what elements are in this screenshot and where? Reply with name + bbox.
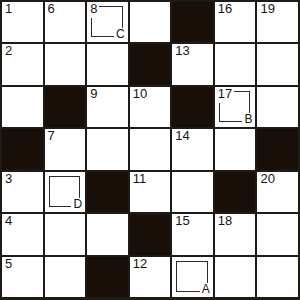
cell-r4c4[interactable]	[130, 129, 171, 169]
cell-r6c5[interactable]: 15	[172, 214, 213, 254]
cell-r7c7[interactable]	[257, 257, 298, 297]
cell-r5c2[interactable]: D	[45, 172, 86, 212]
clue-number-4: 4	[4, 214, 14, 230]
cell-r6c3[interactable]	[87, 214, 128, 254]
cell-r3c4[interactable]: 10	[130, 87, 171, 127]
cell-r1c7[interactable]: 19	[257, 2, 298, 42]
cell-r2c5[interactable]: 13	[172, 44, 213, 84]
cell-r1c3[interactable]: C8	[87, 2, 128, 42]
marked-letter-d: D	[71, 198, 83, 211]
cell-r5c1[interactable]: 3	[2, 172, 43, 212]
cell-r3c1[interactable]	[2, 87, 43, 127]
cell-r3c7[interactable]	[257, 87, 298, 127]
block-cell-r2c4	[130, 44, 171, 84]
cell-r1c1[interactable]: 1	[2, 2, 43, 42]
clue-number-12: 12	[132, 257, 149, 273]
cell-r7c2[interactable]	[45, 257, 86, 297]
cell-r2c3[interactable]	[87, 44, 128, 84]
cell-r2c2[interactable]	[45, 44, 86, 84]
cell-r1c2[interactable]: 6	[45, 2, 86, 42]
cell-r4c2[interactable]: 7	[45, 129, 86, 169]
clue-number-1: 1	[4, 2, 14, 18]
cell-r5c5[interactable]	[172, 172, 213, 212]
cell-r7c1[interactable]: 5	[2, 257, 43, 297]
cell-r3c3[interactable]: 9	[87, 87, 128, 127]
block-cell-r1c5	[172, 2, 213, 42]
clue-number-16: 16	[217, 2, 234, 18]
marked-letter-a: A	[200, 283, 211, 296]
clue-number-8: 8	[89, 2, 99, 18]
clue-number-2: 2	[4, 44, 14, 60]
block-cell-r4c7	[257, 129, 298, 169]
cell-r6c1[interactable]: 4	[2, 214, 43, 254]
crossword-board: 16C81619213910B177143D112041518512A	[0, 0, 300, 300]
cell-r4c6[interactable]	[215, 129, 256, 169]
cell-r2c7[interactable]	[257, 44, 298, 84]
block-cell-r4c1	[2, 129, 43, 169]
block-cell-r5c3	[87, 172, 128, 212]
cell-r1c6[interactable]: 16	[215, 2, 256, 42]
clue-number-5: 5	[4, 257, 14, 273]
clue-number-15: 15	[174, 214, 191, 230]
clue-number-7: 7	[47, 129, 57, 145]
cell-r4c5[interactable]: 14	[172, 129, 213, 169]
cell-r7c6[interactable]	[215, 257, 256, 297]
cell-r3c6[interactable]: B17	[215, 87, 256, 127]
block-cell-r3c5	[172, 87, 213, 127]
marked-letter-b: B	[242, 113, 253, 126]
cell-r5c4[interactable]: 11	[130, 172, 171, 212]
block-cell-r5c6	[215, 172, 256, 212]
cell-r7c5[interactable]: A	[172, 257, 213, 297]
block-cell-r6c4	[130, 214, 171, 254]
block-cell-r7c3	[87, 257, 128, 297]
cell-r7c4[interactable]: 12	[130, 257, 171, 297]
marked-letter-c: C	[114, 28, 126, 41]
cell-r1c4[interactable]	[130, 2, 171, 42]
cell-r6c2[interactable]	[45, 214, 86, 254]
clue-number-6: 6	[47, 2, 57, 18]
clue-number-13: 13	[174, 44, 191, 60]
clue-number-14: 14	[174, 129, 191, 145]
clue-number-11: 11	[132, 172, 149, 188]
cell-r6c6[interactable]: 18	[215, 214, 256, 254]
clue-number-10: 10	[132, 87, 149, 103]
clue-number-17: 17	[217, 87, 234, 103]
cell-r2c6[interactable]	[215, 44, 256, 84]
cell-r6c7[interactable]	[257, 214, 298, 254]
cell-r5c7[interactable]: 20	[257, 172, 298, 212]
clue-number-20: 20	[259, 172, 276, 188]
clue-number-18: 18	[217, 214, 234, 230]
cell-r2c1[interactable]: 2	[2, 44, 43, 84]
cell-r4c3[interactable]	[87, 129, 128, 169]
clue-number-9: 9	[89, 87, 99, 103]
block-cell-r3c2	[45, 87, 86, 127]
clue-number-19: 19	[259, 2, 276, 18]
clue-number-3: 3	[4, 172, 14, 188]
